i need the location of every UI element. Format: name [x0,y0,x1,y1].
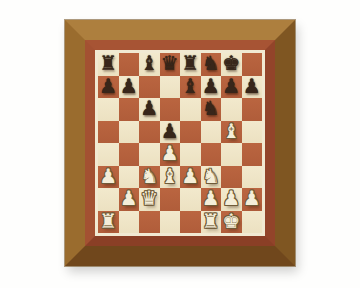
square-h1[interactable] [242,211,263,234]
black-rook: ♜ [99,52,117,74]
square-a6[interactable] [98,98,119,121]
white-pawn: ♟ [243,187,261,209]
square-g5[interactable]: ♝ [221,121,242,144]
square-d2[interactable] [160,188,181,211]
black-knight: ♞ [202,97,220,119]
white-knight: ♞ [202,165,220,187]
square-a1[interactable]: ♜ [98,211,119,234]
mat-border: ♜♝♛♜♞♚♟♟♝♟♟♟♟♞♟♝♟♟♞♝♟♞♟♛♟♟♟♜♜♚ [85,40,275,246]
square-b1[interactable] [119,211,140,234]
white-bishop: ♝ [222,120,240,142]
square-f5[interactable] [201,121,222,144]
black-pawn: ♟ [120,75,138,97]
white-pawn: ♟ [161,142,179,164]
square-b3[interactable] [119,166,140,189]
black-pawn: ♟ [202,75,220,97]
square-b7[interactable]: ♟ [119,76,140,99]
square-a3[interactable]: ♟ [98,166,119,189]
square-c2[interactable]: ♛ [139,188,160,211]
black-pawn: ♟ [222,75,240,97]
white-rook: ♜ [99,210,117,232]
square-a8[interactable]: ♜ [98,53,119,76]
square-a7[interactable]: ♟ [98,76,119,99]
square-e6[interactable] [180,98,201,121]
square-c1[interactable] [139,211,160,234]
square-b6[interactable] [119,98,140,121]
square-c8[interactable]: ♝ [139,53,160,76]
square-e8[interactable]: ♜ [180,53,201,76]
white-pawn: ♟ [202,187,220,209]
square-e3[interactable]: ♟ [180,166,201,189]
black-pawn: ♟ [161,120,179,142]
black-pawn: ♟ [243,75,261,97]
black-queen: ♛ [161,52,179,74]
black-pawn: ♟ [99,75,117,97]
square-h3[interactable] [242,166,263,189]
square-h6[interactable] [242,98,263,121]
square-d6[interactable] [160,98,181,121]
square-d1[interactable] [160,211,181,234]
square-f7[interactable]: ♟ [201,76,222,99]
square-b5[interactable] [119,121,140,144]
black-king: ♚ [222,52,240,74]
white-pawn: ♟ [99,165,117,187]
black-rook: ♜ [181,52,199,74]
square-d8[interactable]: ♛ [160,53,181,76]
square-e4[interactable] [180,143,201,166]
square-g4[interactable] [221,143,242,166]
square-f4[interactable] [201,143,222,166]
square-b8[interactable] [119,53,140,76]
square-g6[interactable] [221,98,242,121]
square-d4[interactable]: ♟ [160,143,181,166]
square-h5[interactable] [242,121,263,144]
square-g7[interactable]: ♟ [221,76,242,99]
white-queen: ♛ [140,187,158,209]
square-d5[interactable]: ♟ [160,121,181,144]
square-c7[interactable] [139,76,160,99]
square-a2[interactable] [98,188,119,211]
black-knight: ♞ [202,52,220,74]
square-f3[interactable]: ♞ [201,166,222,189]
chess-board: ♜♝♛♜♞♚♟♟♝♟♟♟♟♞♟♝♟♟♞♝♟♞♟♛♟♟♟♜♜♚ [98,53,262,233]
square-g1[interactable]: ♚ [221,211,242,234]
square-f8[interactable]: ♞ [201,53,222,76]
white-bishop: ♝ [161,165,179,187]
square-c4[interactable] [139,143,160,166]
wooden-frame: ♜♝♛♜♞♚♟♟♝♟♟♟♟♞♟♝♟♟♞♝♟♞♟♛♟♟♟♜♜♚ [65,20,295,266]
square-a4[interactable] [98,143,119,166]
white-rook: ♜ [202,210,220,232]
square-h8[interactable] [242,53,263,76]
white-pawn: ♟ [222,187,240,209]
square-b4[interactable] [119,143,140,166]
white-pawn: ♟ [181,165,199,187]
square-g2[interactable]: ♟ [221,188,242,211]
board-rim: ♜♝♛♜♞♚♟♟♝♟♟♟♟♞♟♝♟♟♞♝♟♞♟♛♟♟♟♜♜♚ [95,50,265,236]
square-b2[interactable]: ♟ [119,188,140,211]
black-pawn: ♟ [140,97,158,119]
square-f6[interactable]: ♞ [201,98,222,121]
white-king: ♚ [222,210,240,232]
square-h4[interactable] [242,143,263,166]
square-f2[interactable]: ♟ [201,188,222,211]
square-d7[interactable] [160,76,181,99]
square-h7[interactable]: ♟ [242,76,263,99]
square-h2[interactable]: ♟ [242,188,263,211]
white-knight: ♞ [140,165,158,187]
square-g8[interactable]: ♚ [221,53,242,76]
square-e5[interactable] [180,121,201,144]
black-bishop: ♝ [140,52,158,74]
square-a5[interactable] [98,121,119,144]
square-e1[interactable] [180,211,201,234]
square-e7[interactable]: ♝ [180,76,201,99]
square-c6[interactable]: ♟ [139,98,160,121]
framed-chessboard-photo: ♜♝♛♜♞♚♟♟♝♟♟♟♟♞♟♝♟♟♞♝♟♞♟♛♟♟♟♜♜♚ [65,20,295,266]
square-c3[interactable]: ♞ [139,166,160,189]
square-d3[interactable]: ♝ [160,166,181,189]
white-pawn: ♟ [120,187,138,209]
square-g3[interactable] [221,166,242,189]
square-c5[interactable] [139,121,160,144]
square-e2[interactable] [180,188,201,211]
square-f1[interactable]: ♜ [201,211,222,234]
black-bishop: ♝ [181,75,199,97]
